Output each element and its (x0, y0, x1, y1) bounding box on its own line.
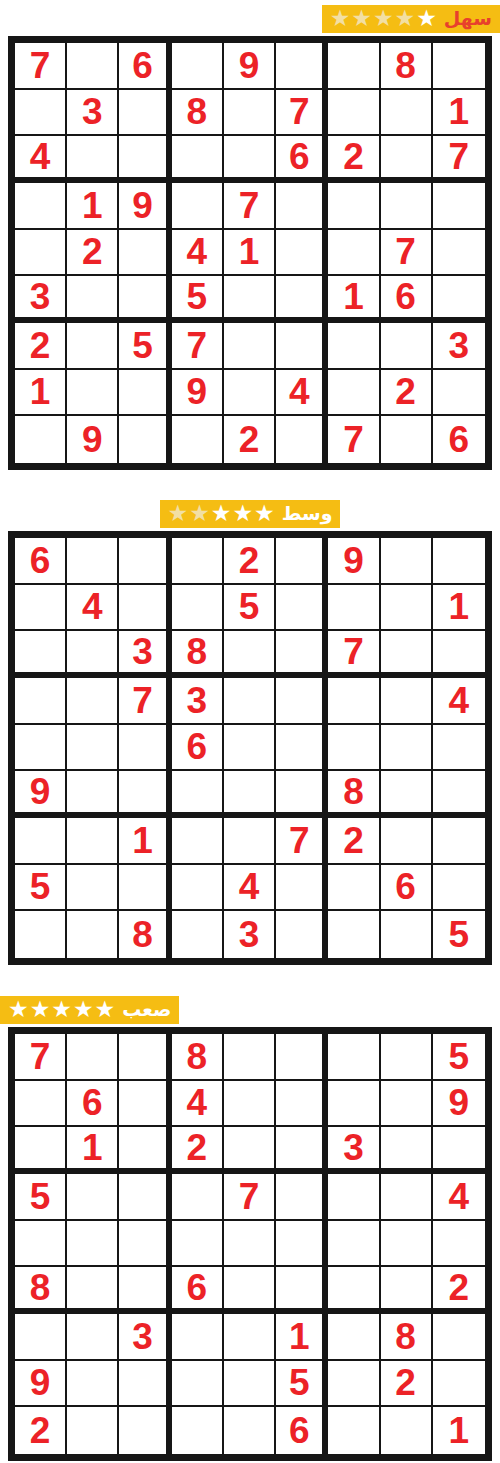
sudoku-cell-hard-r1c7 (328, 1034, 380, 1081)
sudoku-cell-hard-r5c2 (67, 1221, 119, 1268)
sudoku-cell-easy-r4c9 (433, 183, 485, 230)
sudoku-cell-hard-r3c9 (433, 1127, 485, 1174)
sudoku-cell-hard-r5c4 (172, 1221, 224, 1268)
sudoku-cell-easy-r2c7 (328, 90, 380, 137)
difficulty-stars-medium: ★★★★★ (168, 503, 275, 526)
sudoku-cell-easy-r2c3 (119, 90, 171, 137)
sudoku-cell-easy-r3c2 (67, 136, 119, 183)
sudoku-cell-hard-r2c7 (328, 1081, 380, 1128)
sudoku-cell-hard-r9c1: 2 (15, 1407, 67, 1454)
sudoku-cell-medium-r5c1 (15, 725, 67, 772)
sudoku-cell-medium-r3c9 (433, 631, 485, 678)
sudoku-cell-medium-r8c6 (276, 865, 328, 912)
sudoku-cell-medium-r8c2 (67, 865, 119, 912)
star-filled-icon: ★ (73, 998, 94, 1021)
sudoku-cell-hard-r6c9: 2 (433, 1267, 485, 1314)
sudoku-cell-easy-r9c4 (172, 416, 224, 463)
sudoku-cell-hard-r7c2 (67, 1314, 119, 1361)
sudoku-cell-easy-r1c7 (328, 43, 380, 90)
sudoku-cell-medium-r5c2 (67, 725, 119, 772)
sudoku-cell-hard-r4c3 (119, 1174, 171, 1221)
sudoku-cell-medium-r8c4 (172, 865, 224, 912)
sudoku-cell-medium-r8c3 (119, 865, 171, 912)
sudoku-cell-easy-r5c4: 4 (172, 230, 224, 277)
sudoku-cell-easy-r7c9: 3 (433, 323, 485, 370)
sudoku-cell-medium-r1c7: 9 (328, 538, 380, 585)
sudoku-cell-hard-r5c1 (15, 1221, 67, 1268)
sudoku-cell-medium-r9c3: 8 (119, 911, 171, 958)
puzzle-medium: ★★★★★ وسط 629451387734698172546835 (0, 500, 500, 965)
sudoku-cell-hard-r7c8: 8 (381, 1314, 433, 1361)
sudoku-cell-easy-r7c6 (276, 323, 328, 370)
sudoku-cell-hard-r4c6 (276, 1174, 328, 1221)
sudoku-cell-medium-r3c2 (67, 631, 119, 678)
sudoku-cell-easy-r1c8: 8 (381, 43, 433, 90)
sudoku-cell-hard-r4c8 (381, 1174, 433, 1221)
sudoku-cell-hard-r4c2 (67, 1174, 119, 1221)
sudoku-cell-easy-r9c3 (119, 416, 171, 463)
puzzle-easy: ★★★★★ سهل 769838714627197241735162573194… (0, 5, 500, 470)
sudoku-cell-hard-r5c5 (224, 1221, 276, 1268)
sudoku-cell-easy-r3c3 (119, 136, 171, 183)
sudoku-cell-hard-r8c2 (67, 1361, 119, 1408)
sudoku-cell-easy-r6c4: 5 (172, 276, 224, 323)
sudoku-cell-medium-r8c7 (328, 865, 380, 912)
sudoku-cell-medium-r4c6 (276, 678, 328, 725)
sudoku-cell-hard-r6c7 (328, 1267, 380, 1314)
sudoku-cell-easy-r6c2 (67, 276, 119, 323)
sudoku-cell-easy-r6c7: 1 (328, 276, 380, 323)
star-filled-icon: ★ (211, 502, 232, 525)
sudoku-cell-easy-r8c9 (433, 370, 485, 417)
sudoku-cell-hard-r6c8 (381, 1267, 433, 1314)
sudoku-cell-medium-r4c1 (15, 678, 67, 725)
sudoku-cell-easy-r9c2: 9 (67, 416, 119, 463)
sudoku-cell-hard-r2c4: 4 (172, 1081, 224, 1128)
sudoku-cell-easy-r4c4 (172, 183, 224, 230)
sudoku-cell-easy-r3c4 (172, 136, 224, 183)
star-filled-icon: ★ (30, 998, 51, 1021)
sudoku-cell-hard-r7c9 (433, 1314, 485, 1361)
sudoku-cell-medium-r2c9: 1 (433, 585, 485, 632)
sudoku-cell-easy-r9c8 (381, 416, 433, 463)
sudoku-cell-easy-r4c6 (276, 183, 328, 230)
sudoku-cell-easy-r4c8 (381, 183, 433, 230)
sudoku-cell-medium-r7c1 (15, 818, 67, 865)
sudoku-cell-medium-r2c4 (172, 585, 224, 632)
sudoku-board-medium: 629451387734698172546835 (8, 531, 492, 965)
sudoku-cell-easy-r5c6 (276, 230, 328, 277)
sudoku-cell-easy-r1c1: 7 (15, 43, 67, 90)
difficulty-label-medium: وسط (282, 504, 333, 523)
sudoku-cell-easy-r6c6 (276, 276, 328, 323)
sudoku-cell-easy-r2c9: 1 (433, 90, 485, 137)
sudoku-cell-hard-r1c3 (119, 1034, 171, 1081)
sudoku-cell-hard-r1c5 (224, 1034, 276, 1081)
difficulty-stars-hard: ★★★★★ (8, 999, 115, 1022)
sudoku-cell-hard-r9c4 (172, 1407, 224, 1454)
easy-banner-row: ★★★★★ سهل (0, 5, 500, 33)
sudoku-cell-hard-r2c3 (119, 1081, 171, 1128)
sudoku-cell-easy-r8c4: 9 (172, 370, 224, 417)
sudoku-cell-medium-r8c8: 6 (381, 865, 433, 912)
sudoku-cell-easy-r6c3 (119, 276, 171, 323)
sudoku-cell-medium-r4c3: 7 (119, 678, 171, 725)
sudoku-cell-medium-r9c6 (276, 911, 328, 958)
sudoku-cell-hard-r5c3 (119, 1221, 171, 1268)
sudoku-cell-hard-r1c8 (381, 1034, 433, 1081)
sudoku-cell-easy-r4c5: 7 (224, 183, 276, 230)
sudoku-cell-easy-r1c5: 9 (224, 43, 276, 90)
sudoku-cell-medium-r8c9 (433, 865, 485, 912)
sudoku-cell-easy-r7c1: 2 (15, 323, 67, 370)
sudoku-cell-medium-r6c4 (172, 771, 224, 818)
sudoku-cell-hard-r7c6: 1 (276, 1314, 328, 1361)
sudoku-cell-hard-r6c2 (67, 1267, 119, 1314)
sudoku-cell-medium-r9c2 (67, 911, 119, 958)
sudoku-cell-easy-r8c6: 4 (276, 370, 328, 417)
sudoku-cell-medium-r6c2 (67, 771, 119, 818)
sudoku-cell-easy-r3c6: 6 (276, 136, 328, 183)
sudoku-cell-medium-r9c8 (381, 911, 433, 958)
sudoku-cell-medium-r9c4 (172, 911, 224, 958)
sudoku-cell-medium-r1c2 (67, 538, 119, 585)
sudoku-cell-medium-r8c5: 4 (224, 865, 276, 912)
sudoku-cell-easy-r1c6 (276, 43, 328, 90)
star-filled-icon: ★ (416, 7, 437, 30)
sudoku-cell-medium-r6c3 (119, 771, 171, 818)
difficulty-label-hard: صعب (122, 1000, 171, 1019)
star-filled-icon: ★ (254, 502, 275, 525)
sudoku-cell-easy-r6c1: 3 (15, 276, 67, 323)
sudoku-cell-easy-r9c1 (15, 416, 67, 463)
sudoku-cell-easy-r5c2: 2 (67, 230, 119, 277)
sudoku-cell-easy-r7c3: 5 (119, 323, 171, 370)
sudoku-cell-hard-r9c2 (67, 1407, 119, 1454)
sudoku-cell-medium-r5c8 (381, 725, 433, 772)
sudoku-cell-hard-r3c4: 2 (172, 1127, 224, 1174)
sudoku-cell-hard-r9c5 (224, 1407, 276, 1454)
sudoku-cell-hard-r2c2: 6 (67, 1081, 119, 1128)
star-unfilled-icon: ★ (373, 7, 394, 30)
sudoku-cell-medium-r2c1 (15, 585, 67, 632)
sudoku-cell-medium-r6c6 (276, 771, 328, 818)
sudoku-cell-hard-r9c8 (381, 1407, 433, 1454)
sudoku-cell-medium-r3c6 (276, 631, 328, 678)
sudoku-cell-hard-r7c7 (328, 1314, 380, 1361)
sudoku-cell-medium-r2c5: 5 (224, 585, 276, 632)
sudoku-cell-easy-r8c2 (67, 370, 119, 417)
difficulty-banner-medium: ★★★★★ وسط (160, 500, 341, 528)
sudoku-cell-medium-r3c1 (15, 631, 67, 678)
sudoku-cell-medium-r4c4: 3 (172, 678, 224, 725)
sudoku-cell-easy-r9c5: 2 (224, 416, 276, 463)
puzzle-hard: ★★★★★ صعب 785649123574862318952261 (0, 996, 500, 1461)
sudoku-cell-hard-r8c9 (433, 1361, 485, 1408)
sudoku-cell-hard-r3c1 (15, 1127, 67, 1174)
sudoku-cell-medium-r9c7 (328, 911, 380, 958)
sudoku-cell-easy-r3c8 (381, 136, 433, 183)
sudoku-cell-hard-r8c1: 9 (15, 1361, 67, 1408)
sudoku-cell-hard-r9c7 (328, 1407, 380, 1454)
sudoku-cell-medium-r4c5 (224, 678, 276, 725)
sudoku-cell-medium-r7c9 (433, 818, 485, 865)
sudoku-cell-medium-r3c8 (381, 631, 433, 678)
sudoku-cell-easy-r7c4: 7 (172, 323, 224, 370)
puzzle-sheet: ★★★★★ سهل 769838714627197241735162573194… (0, 5, 500, 1461)
sudoku-cell-hard-r3c7: 3 (328, 1127, 380, 1174)
sudoku-cell-hard-r3c8 (381, 1127, 433, 1174)
sudoku-cell-easy-r7c8 (381, 323, 433, 370)
sudoku-cell-easy-r5c7 (328, 230, 380, 277)
sudoku-cell-medium-r4c8 (381, 678, 433, 725)
sudoku-cell-medium-r7c2 (67, 818, 119, 865)
star-unfilled-icon: ★ (395, 7, 416, 30)
sudoku-cell-hard-r9c9: 1 (433, 1407, 485, 1454)
star-unfilled-icon: ★ (168, 502, 189, 525)
sudoku-cell-easy-r2c6: 7 (276, 90, 328, 137)
sudoku-cell-easy-r8c8: 2 (381, 370, 433, 417)
sudoku-cell-hard-r3c2: 1 (67, 1127, 119, 1174)
sudoku-cell-easy-r2c4: 8 (172, 90, 224, 137)
star-unfilled-icon: ★ (351, 7, 372, 30)
sudoku-cell-hard-r7c4 (172, 1314, 224, 1361)
sudoku-cell-hard-r2c8 (381, 1081, 433, 1128)
sudoku-cell-easy-r9c6 (276, 416, 328, 463)
sudoku-cell-hard-r5c6 (276, 1221, 328, 1268)
sudoku-cell-easy-r3c1: 4 (15, 136, 67, 183)
sudoku-cell-medium-r1c5: 2 (224, 538, 276, 585)
sudoku-cell-medium-r5c5 (224, 725, 276, 772)
sudoku-cell-easy-r4c1 (15, 183, 67, 230)
sudoku-cell-hard-r7c3: 3 (119, 1314, 171, 1361)
sudoku-cell-medium-r6c7: 8 (328, 771, 380, 818)
sudoku-cell-easy-r2c8 (381, 90, 433, 137)
sudoku-cell-medium-r6c5 (224, 771, 276, 818)
sudoku-cell-easy-r1c2 (67, 43, 119, 90)
sudoku-cell-hard-r8c4 (172, 1361, 224, 1408)
difficulty-banner-easy: ★★★★★ سهل (322, 5, 500, 33)
sudoku-cell-hard-r6c4: 6 (172, 1267, 224, 1314)
sudoku-cell-hard-r8c6: 5 (276, 1361, 328, 1408)
sudoku-cell-hard-r6c1: 8 (15, 1267, 67, 1314)
sudoku-board-easy: 76983871462719724173516257319429276 (8, 36, 492, 470)
sudoku-cell-easy-r5c9 (433, 230, 485, 277)
sudoku-cell-hard-r8c7 (328, 1361, 380, 1408)
sudoku-cell-easy-r8c7 (328, 370, 380, 417)
sudoku-cell-medium-r1c8 (381, 538, 433, 585)
sudoku-cell-medium-r5c7 (328, 725, 380, 772)
sudoku-cell-hard-r1c9: 5 (433, 1034, 485, 1081)
sudoku-cell-medium-r3c7: 7 (328, 631, 380, 678)
sudoku-cell-easy-r6c9 (433, 276, 485, 323)
sudoku-cell-easy-r8c3 (119, 370, 171, 417)
sudoku-cell-easy-r3c7: 2 (328, 136, 380, 183)
sudoku-cell-hard-r7c5 (224, 1314, 276, 1361)
sudoku-cell-hard-r3c6 (276, 1127, 328, 1174)
sudoku-cell-hard-r5c9 (433, 1221, 485, 1268)
sudoku-cell-medium-r6c9 (433, 771, 485, 818)
sudoku-cell-easy-r5c3 (119, 230, 171, 277)
sudoku-cell-easy-r1c3: 6 (119, 43, 171, 90)
sudoku-cell-hard-r7c1 (15, 1314, 67, 1361)
sudoku-cell-medium-r9c9: 5 (433, 911, 485, 958)
sudoku-cell-hard-r1c1: 7 (15, 1034, 67, 1081)
sudoku-cell-easy-r5c1 (15, 230, 67, 277)
sudoku-cell-easy-r5c8: 7 (381, 230, 433, 277)
sudoku-cell-hard-r8c5 (224, 1361, 276, 1408)
difficulty-label-easy: سهل (444, 9, 492, 28)
star-filled-icon: ★ (8, 998, 29, 1021)
sudoku-cell-hard-r1c6 (276, 1034, 328, 1081)
sudoku-cell-medium-r1c1: 6 (15, 538, 67, 585)
sudoku-cell-hard-r2c9: 9 (433, 1081, 485, 1128)
sudoku-cell-medium-r3c4: 8 (172, 631, 224, 678)
sudoku-cell-hard-r1c2 (67, 1034, 119, 1081)
sudoku-cell-easy-r7c5 (224, 323, 276, 370)
sudoku-cell-hard-r2c1 (15, 1081, 67, 1128)
sudoku-cell-medium-r4c7 (328, 678, 380, 725)
sudoku-cell-hard-r3c3 (119, 1127, 171, 1174)
sudoku-cell-medium-r7c3: 1 (119, 818, 171, 865)
sudoku-cell-medium-r8c1: 5 (15, 865, 67, 912)
sudoku-board-hard: 785649123574862318952261 (8, 1027, 492, 1461)
sudoku-cell-easy-r9c9: 6 (433, 416, 485, 463)
sudoku-cell-medium-r1c6 (276, 538, 328, 585)
star-filled-icon: ★ (232, 502, 253, 525)
sudoku-cell-medium-r5c6 (276, 725, 328, 772)
star-filled-icon: ★ (95, 998, 116, 1021)
sudoku-cell-medium-r6c8 (381, 771, 433, 818)
sudoku-cell-easy-r8c1: 1 (15, 370, 67, 417)
sudoku-cell-medium-r7c8 (381, 818, 433, 865)
sudoku-cell-hard-r8c3 (119, 1361, 171, 1408)
sudoku-cell-hard-r2c5 (224, 1081, 276, 1128)
sudoku-cell-hard-r9c3 (119, 1407, 171, 1454)
sudoku-cell-medium-r7c7: 2 (328, 818, 380, 865)
sudoku-cell-hard-r4c5: 7 (224, 1174, 276, 1221)
sudoku-cell-easy-r2c2: 3 (67, 90, 119, 137)
sudoku-cell-hard-r2c6 (276, 1081, 328, 1128)
sudoku-cell-hard-r1c4: 8 (172, 1034, 224, 1081)
sudoku-cell-medium-r2c7 (328, 585, 380, 632)
sudoku-cell-easy-r3c5 (224, 136, 276, 183)
sudoku-cell-hard-r6c3 (119, 1267, 171, 1314)
sudoku-cell-easy-r4c7 (328, 183, 380, 230)
difficulty-stars-easy: ★★★★★ (330, 8, 437, 31)
sudoku-cell-medium-r4c9: 4 (433, 678, 485, 725)
sudoku-cell-hard-r4c9: 4 (433, 1174, 485, 1221)
sudoku-cell-hard-r3c5 (224, 1127, 276, 1174)
medium-banner-row: ★★★★★ وسط (0, 500, 500, 528)
sudoku-cell-medium-r5c9 (433, 725, 485, 772)
sudoku-cell-medium-r7c6: 7 (276, 818, 328, 865)
sudoku-cell-medium-r9c5: 3 (224, 911, 276, 958)
sudoku-cell-medium-r2c6 (276, 585, 328, 632)
sudoku-cell-medium-r7c4 (172, 818, 224, 865)
sudoku-cell-easy-r2c1 (15, 90, 67, 137)
sudoku-cell-hard-r6c5 (224, 1267, 276, 1314)
sudoku-cell-medium-r9c1 (15, 911, 67, 958)
star-filled-icon: ★ (51, 998, 72, 1021)
sudoku-cell-medium-r6c1: 9 (15, 771, 67, 818)
sudoku-cell-hard-r6c6 (276, 1267, 328, 1314)
sudoku-cell-easy-r6c5 (224, 276, 276, 323)
sudoku-cell-medium-r1c9 (433, 538, 485, 585)
sudoku-cell-medium-r2c8 (381, 585, 433, 632)
sudoku-cell-hard-r4c1: 5 (15, 1174, 67, 1221)
sudoku-cell-hard-r5c7 (328, 1221, 380, 1268)
sudoku-cell-medium-r2c2: 4 (67, 585, 119, 632)
sudoku-cell-easy-r1c4 (172, 43, 224, 90)
sudoku-cell-medium-r2c3 (119, 585, 171, 632)
sudoku-cell-medium-r4c2 (67, 678, 119, 725)
sudoku-cell-easy-r4c3: 9 (119, 183, 171, 230)
sudoku-cell-hard-r5c8 (381, 1221, 433, 1268)
sudoku-cell-medium-r5c3 (119, 725, 171, 772)
sudoku-cell-easy-r2c5 (224, 90, 276, 137)
hard-banner-row: ★★★★★ صعب (0, 996, 500, 1024)
sudoku-cell-medium-r5c4: 6 (172, 725, 224, 772)
sudoku-cell-easy-r9c7: 7 (328, 416, 380, 463)
sudoku-cell-easy-r1c9 (433, 43, 485, 90)
sudoku-cell-easy-r7c7 (328, 323, 380, 370)
sudoku-cell-easy-r6c8: 6 (381, 276, 433, 323)
sudoku-cell-hard-r4c7 (328, 1174, 380, 1221)
sudoku-cell-medium-r1c3 (119, 538, 171, 585)
sudoku-cell-medium-r3c3: 3 (119, 631, 171, 678)
sudoku-cell-medium-r1c4 (172, 538, 224, 585)
sudoku-cell-easy-r8c5 (224, 370, 276, 417)
star-unfilled-icon: ★ (330, 7, 351, 30)
sudoku-cell-hard-r8c8: 2 (381, 1361, 433, 1408)
star-unfilled-icon: ★ (189, 502, 210, 525)
sudoku-cell-easy-r5c5: 1 (224, 230, 276, 277)
sudoku-cell-easy-r4c2: 1 (67, 183, 119, 230)
sudoku-cell-hard-r9c6: 6 (276, 1407, 328, 1454)
sudoku-cell-hard-r4c4 (172, 1174, 224, 1221)
sudoku-cell-easy-r3c9: 7 (433, 136, 485, 183)
sudoku-cell-medium-r7c5 (224, 818, 276, 865)
difficulty-banner-hard: ★★★★★ صعب (0, 996, 179, 1024)
sudoku-cell-easy-r7c2 (67, 323, 119, 370)
sudoku-cell-medium-r3c5 (224, 631, 276, 678)
